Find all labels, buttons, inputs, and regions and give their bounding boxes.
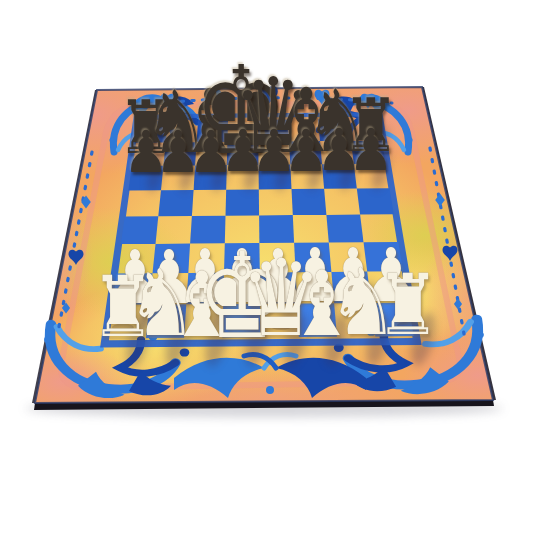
contact-shadow <box>231 290 253 297</box>
contact-shadow <box>270 323 292 330</box>
contact-shadow <box>297 133 315 140</box>
square-d5 <box>226 189 260 215</box>
contact-shadow <box>297 155 315 162</box>
chess-set-photo: ♜♞♝♚♛♝♞♜♟♟♟♟♟♟♟♟♟♟♟♟♟♟♟♟♜♞♝♚♛♝♞♜ <box>0 0 533 533</box>
contact-shadow <box>267 290 289 297</box>
contact-shadow <box>169 156 187 163</box>
square-f3 <box>294 243 331 273</box>
square-a4 <box>121 216 158 244</box>
contact-shadow <box>168 134 186 141</box>
contact-shadow <box>397 322 419 329</box>
contact-shadow <box>202 156 220 163</box>
contact-shadow <box>330 155 348 162</box>
square-d3 <box>224 243 260 273</box>
contact-shadow <box>311 322 333 329</box>
contact-shadow <box>342 290 364 297</box>
contact-shadow <box>151 323 173 330</box>
contact-shadow <box>194 291 216 298</box>
contact-shadow <box>231 323 253 330</box>
contact-shadow <box>380 289 402 296</box>
square-g4 <box>326 215 363 243</box>
contact-shadow <box>137 156 155 163</box>
contact-shadow <box>362 132 380 139</box>
contact-shadow <box>352 322 374 329</box>
contact-shadow <box>362 155 380 162</box>
contact-shadow <box>304 290 326 297</box>
square-b3 <box>153 244 191 274</box>
contact-shadow <box>137 134 155 141</box>
contact-shadow <box>232 133 250 140</box>
contact-shadow <box>265 155 283 162</box>
square-f5 <box>292 189 327 215</box>
contact-shadow <box>234 156 252 163</box>
square-h5 <box>357 188 394 214</box>
contact-shadow <box>124 291 146 298</box>
square-e4 <box>259 215 294 243</box>
contact-shadow <box>329 132 347 139</box>
contact-shadow <box>264 133 282 140</box>
square-h3 <box>364 242 404 272</box>
square-b5 <box>158 190 193 216</box>
contact-shadow <box>201 133 219 140</box>
contact-shadow <box>158 291 180 298</box>
contact-shadow <box>191 323 213 330</box>
contact-shadow <box>112 324 134 331</box>
painted-chessboard <box>0 0 533 533</box>
square-c4 <box>190 216 225 244</box>
